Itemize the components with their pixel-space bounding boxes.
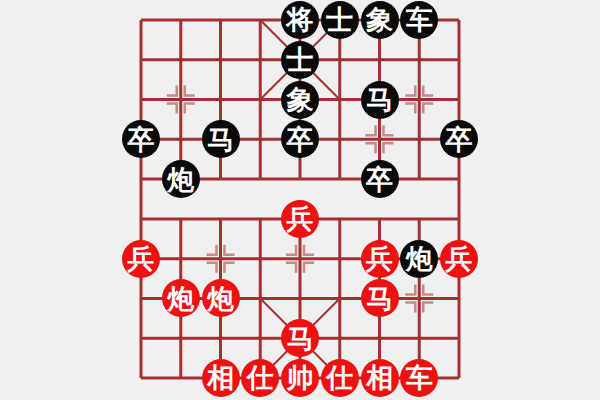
pieces-layer: 将士象车士象马卒马卒卒炮卒炮兵兵兵兵炮炮马马相仕帅仕相车 — [121, 0, 479, 398]
piece-black-soldier[interactable]: 卒 — [361, 160, 399, 198]
piece-black-chariot[interactable]: 车 — [400, 1, 438, 39]
piece-red-cannon[interactable]: 炮 — [162, 279, 200, 317]
piece-black-advisor[interactable]: 士 — [281, 41, 319, 79]
piece-red-advisor[interactable]: 仕 — [321, 359, 359, 397]
xiangqi-board: 将士象车士象马卒马卒卒炮卒炮兵兵兵兵炮炮马马相仕帅仕相车 — [0, 0, 600, 400]
piece-black-soldier[interactable]: 卒 — [281, 120, 319, 158]
piece-red-general[interactable]: 帅 — [281, 359, 319, 397]
piece-black-soldier[interactable]: 卒 — [440, 120, 478, 158]
piece-red-cannon[interactable]: 炮 — [202, 279, 240, 317]
piece-red-horse[interactable]: 马 — [361, 279, 399, 317]
piece-red-elephant[interactable]: 相 — [202, 359, 240, 397]
piece-red-soldier[interactable]: 兵 — [281, 200, 319, 238]
piece-red-horse[interactable]: 马 — [281, 319, 319, 357]
piece-red-elephant[interactable]: 相 — [361, 359, 399, 397]
piece-black-cannon[interactable]: 炮 — [162, 160, 200, 198]
piece-black-horse[interactable]: 马 — [202, 120, 240, 158]
piece-red-soldier[interactable]: 兵 — [440, 240, 478, 278]
piece-black-elephant[interactable]: 象 — [361, 1, 399, 39]
piece-black-soldier[interactable]: 卒 — [122, 120, 160, 158]
piece-black-cannon[interactable]: 炮 — [400, 240, 438, 278]
piece-red-chariot[interactable]: 车 — [400, 359, 438, 397]
piece-red-soldier[interactable]: 兵 — [122, 240, 160, 278]
piece-black-horse[interactable]: 马 — [361, 81, 399, 119]
piece-black-elephant[interactable]: 象 — [281, 81, 319, 119]
piece-black-advisor[interactable]: 士 — [321, 1, 359, 39]
piece-red-advisor[interactable]: 仕 — [241, 359, 279, 397]
piece-red-soldier[interactable]: 兵 — [361, 240, 399, 278]
piece-black-general[interactable]: 将 — [281, 1, 319, 39]
